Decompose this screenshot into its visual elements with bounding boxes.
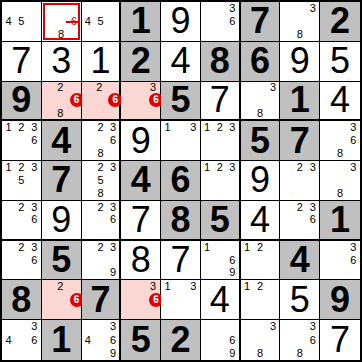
cell-r1c5[interactable]: 9 (161, 2, 201, 42)
cell-r1c7[interactable]: 7 (241, 2, 281, 42)
cell-r2c6[interactable]: 8 (201, 42, 241, 82)
candidate-mark: 6 (67, 293, 81, 307)
cell-r6c9[interactable]: 1 (320, 201, 360, 241)
candidate-mark: 6 (347, 134, 360, 147)
cell-r6c7[interactable]: 4 (241, 201, 281, 241)
candidate-mark: 2 (15, 201, 28, 214)
cell-r6c6[interactable]: 5 (201, 201, 241, 241)
candidate-grid: 38 (241, 320, 280, 360)
cell-r4c1[interactable]: 1236 (2, 121, 42, 161)
solved-digit: 5 (290, 282, 310, 318)
cell-r1c3[interactable]: 45 (82, 2, 122, 42)
candidate-grid: 236 (280, 201, 319, 239)
candidate-grid: 12 (241, 241, 280, 280)
candidate-grid: 236 (2, 241, 41, 280)
candidate-mark: 3 (28, 241, 41, 254)
given-digit: 4 (290, 242, 310, 278)
candidate-mark: 2 (54, 280, 66, 292)
cell-r8c4[interactable]: 36 (121, 280, 161, 320)
candidate-mark: 6 (105, 93, 119, 107)
candidate-mark: 2 (213, 161, 226, 174)
candidate-mark: 8 (55, 28, 68, 41)
candidate-grid: 38 (280, 2, 319, 41)
cell-r1c9[interactable]: 2 (320, 2, 360, 42)
solved-digit: 9 (51, 202, 71, 238)
cell-r8c8[interactable]: 5 (280, 280, 320, 320)
candidate-mark: 6 (107, 333, 120, 346)
candidate-mark: 3 (306, 201, 319, 214)
given-digit: 1 (51, 322, 71, 358)
cell-r6c3[interactable]: 236 (82, 201, 122, 241)
given-digit: 5 (210, 202, 230, 238)
candidate-mark: 5 (94, 174, 107, 187)
candidate-grid: 368 (280, 320, 319, 360)
solved-digit: 3 (51, 43, 71, 79)
cell-r7c7[interactable]: 12 (241, 241, 281, 281)
cell-r7c6[interactable]: 169 (201, 241, 241, 281)
cell-r3c5[interactable]: 5 (161, 82, 201, 122)
cell-r3c2[interactable]: 268 (42, 82, 82, 122)
given-digit: 7 (250, 3, 270, 39)
candidate-grid: 2368 (82, 121, 120, 160)
candidate-grid: 268 (42, 82, 81, 120)
candidate-mark: 4 (2, 333, 15, 346)
cell-r5c1[interactable]: 1235 (2, 161, 42, 201)
cell-r9c8[interactable]: 368 (280, 320, 320, 360)
candidate-grid: 12 (241, 280, 280, 319)
candidate-grid: 68 (42, 2, 81, 41)
cell-r8c9[interactable]: 9 (320, 280, 360, 320)
cell-r5c3[interactable]: 2358 (82, 161, 122, 201)
candidate-mark: 3 (347, 121, 360, 134)
candidate-mark: 6 (306, 213, 319, 226)
candidate-mark: 6 (28, 134, 41, 147)
candidate-grid: 169 (201, 241, 239, 280)
candidate-mark: 3 (28, 121, 41, 134)
candidate-mark: 1 (241, 280, 254, 293)
candidate-mark: 3 (107, 121, 120, 134)
candidate-mark: 2 (254, 241, 267, 254)
candidate-mark: 2 (15, 161, 28, 174)
cell-r9c9[interactable]: 7 (320, 320, 360, 360)
cell-r1c6[interactable]: 36 (201, 2, 241, 42)
candidate-mark: 1 (201, 241, 214, 254)
candidate-mark: 6 (107, 134, 120, 147)
cell-r4c9[interactable]: 368 (320, 121, 360, 161)
given-digit: 1 (290, 82, 310, 118)
candidate-mark: 8 (293, 347, 306, 360)
eliminated-candidate: 6 (71, 16, 77, 27)
candidate-mark: 3 (306, 320, 319, 333)
candidate-mark: 3 (187, 121, 200, 134)
cell-r4c6[interactable]: 123 (201, 121, 241, 161)
cell-r8c1[interactable]: 8 (2, 280, 42, 320)
candidate-mark: 9 (107, 347, 120, 360)
candidate-grid: 123 (201, 161, 239, 200)
given-digit: 5 (250, 123, 270, 159)
candidate-grid: 236 (2, 201, 41, 239)
candidate-mark: 8 (94, 147, 107, 160)
candidate-mark: 2 (94, 241, 107, 254)
candidate-mark: 3 (226, 121, 239, 134)
cell-r5c2[interactable]: 7 (42, 161, 82, 201)
candidate-grid: 23 (280, 161, 319, 200)
candidate-mark: 9 (107, 267, 120, 280)
given-digit: 5 (170, 82, 190, 118)
solved-digit: 7 (210, 82, 230, 118)
candidate-mark: 3 (267, 82, 280, 95)
candidate-grid: 1236 (2, 121, 41, 160)
solved-digit: 7 (11, 43, 31, 79)
cell-r8c7[interactable]: 12 (241, 280, 281, 320)
candidate-mark: 1 (201, 161, 214, 174)
cell-r9c1[interactable]: 346 (2, 320, 42, 360)
cell-r8c3[interactable]: 7 (82, 280, 122, 320)
candidate-grid: 236 (82, 201, 120, 239)
solved-digit: 9 (250, 162, 270, 198)
candidate-grid: 45 (2, 2, 41, 41)
candidate-mark: 6 (347, 254, 360, 267)
candidate-mark: 2 (54, 82, 66, 94)
circled-candidate: 6 (108, 93, 122, 107)
candidate-grid: 346 (2, 320, 41, 360)
cell-r3c6[interactable]: 7 (201, 82, 241, 122)
solved-digit: 1 (90, 43, 110, 79)
candidate-mark: 1 (161, 280, 174, 293)
solved-digit: 8 (131, 242, 151, 278)
cell-r8c2[interactable]: 26 (42, 280, 82, 320)
candidate-mark: 6 (146, 93, 160, 107)
candidate-mark: 6 (28, 213, 41, 226)
candidate-mark: 3 (146, 82, 160, 94)
candidate-mark: 3 (226, 2, 239, 15)
candidate-mark: 3 (107, 320, 120, 333)
cell-r9c7[interactable]: 38 (241, 320, 281, 360)
candidate-mark: 6 (107, 213, 120, 226)
candidate-grid: 36 (121, 280, 160, 319)
candidate-mark: 2 (254, 280, 267, 293)
candidate-mark: 2 (293, 161, 306, 174)
candidate-grid: 123 (201, 121, 239, 160)
given-digit: 8 (170, 202, 190, 238)
candidate-mark: 3 (306, 2, 319, 15)
candidate-grid: 38 (241, 82, 280, 120)
candidate-grid: 3469 (82, 320, 120, 360)
candidate-mark: 6 (28, 333, 41, 346)
given-digit: 7 (51, 162, 71, 198)
cell-r7c1[interactable]: 236 (2, 241, 42, 281)
candidate-grid: 38 (320, 161, 360, 200)
cell-r9c5[interactable]: 2 (161, 320, 201, 360)
candidate-mark: 4 (82, 333, 95, 346)
candidate-mark: 2 (15, 241, 28, 254)
cell-r1c4[interactable]: 1 (121, 2, 161, 42)
candidate-mark: 8 (333, 187, 346, 200)
cell-r5c4[interactable]: 4 (121, 161, 161, 201)
solved-digit: 4 (250, 202, 270, 238)
candidate-mark: 6 (28, 254, 41, 267)
cell-r2c3[interactable]: 1 (82, 42, 122, 82)
candidate-mark: 3 (187, 280, 200, 293)
candidate-mark: 3 (107, 201, 120, 214)
candidate-mark: 1 (241, 241, 254, 254)
candidate-mark: 3 (28, 201, 41, 214)
cell-r2c4[interactable]: 2 (121, 42, 161, 82)
given-digit: 8 (11, 282, 31, 318)
cell-r5c8[interactable]: 23 (280, 161, 320, 201)
given-digit: 2 (131, 43, 151, 79)
candidate-mark: 3 (28, 161, 41, 174)
candidate-mark: 6 (226, 15, 239, 28)
candidate-mark: 6 (68, 15, 81, 28)
cell-r6c8[interactable]: 236 (280, 201, 320, 241)
given-digit: 6 (250, 43, 270, 79)
candidate-mark: 4 (82, 15, 95, 28)
candidate-mark: 2 (293, 201, 306, 214)
given-digit: 6 (170, 162, 190, 198)
cell-r7c4[interactable]: 8 (121, 241, 161, 281)
cell-r4c5[interactable]: 13 (161, 121, 201, 161)
cell-r4c8[interactable]: 7 (280, 121, 320, 161)
candidate-grid: 36 (121, 82, 160, 120)
given-digit: 1 (131, 3, 151, 39)
solved-digit: 7 (131, 202, 151, 238)
candidate-mark: 3 (28, 320, 41, 333)
given-digit: 1 (330, 202, 350, 238)
given-digit: 7 (90, 282, 110, 318)
solved-digit: 5 (330, 43, 350, 79)
candidate-mark: 3 (267, 320, 280, 333)
candidate-mark: 2 (213, 121, 226, 134)
candidate-grid: 69 (201, 320, 239, 360)
candidate-grid: 26 (82, 82, 120, 120)
cell-r2c9[interactable]: 5 (320, 42, 360, 82)
candidate-mark: 9 (226, 347, 239, 360)
given-digit: 2 (330, 3, 350, 39)
cell-r5c5[interactable]: 6 (161, 161, 201, 201)
cell-r3c1[interactable]: 9 (2, 82, 42, 122)
solved-digit: 9 (170, 3, 190, 39)
candidate-mark: 3 (347, 161, 360, 174)
candidate-grid: 26 (42, 280, 81, 319)
cell-r5c9[interactable]: 38 (320, 161, 360, 201)
candidate-mark: 4 (2, 15, 15, 28)
candidate-mark: 1 (161, 121, 174, 134)
candidate-mark: 5 (15, 174, 28, 187)
cell-r2c7[interactable]: 6 (241, 42, 281, 82)
solved-digit: 9 (131, 123, 151, 159)
cell-r8c5[interactable]: 13 (161, 280, 201, 320)
solved-digit: 9 (290, 43, 310, 79)
candidate-grid: 36 (201, 2, 239, 41)
candidate-mark: 1 (201, 121, 214, 134)
candidate-mark: 6 (67, 93, 81, 107)
cell-r4c7[interactable]: 5 (241, 121, 281, 161)
candidate-mark: 3 (347, 241, 360, 254)
candidate-mark: 8 (254, 107, 267, 120)
given-digit: 2 (170, 322, 190, 358)
given-digit: 8 (210, 43, 230, 79)
cell-r7c2[interactable]: 5 (42, 241, 82, 281)
cell-r4c3[interactable]: 2368 (82, 121, 122, 161)
cell-r9c4[interactable]: 5 (121, 320, 161, 360)
candidate-mark: 8 (94, 187, 107, 200)
solved-digit: 4 (170, 43, 190, 79)
given-digit: 9 (11, 82, 31, 118)
given-digit: 9 (330, 282, 350, 318)
candidate-mark: 2 (15, 121, 28, 134)
cell-r3c3[interactable]: 26 (82, 82, 122, 122)
candidate-mark: 5 (15, 15, 28, 28)
candidate-mark: 6 (306, 333, 319, 346)
solved-digit: 7 (170, 242, 190, 278)
candidate-grid: 13 (161, 280, 200, 319)
candidate-grid: 13 (161, 121, 200, 160)
solved-digit: 4 (210, 282, 230, 318)
candidate-grid: 1235 (2, 161, 41, 200)
candidate-grid: 45 (82, 2, 120, 41)
cell-r8c6[interactable]: 4 (201, 280, 241, 320)
candidate-mark: 2 (94, 161, 107, 174)
candidate-mark: 8 (293, 28, 306, 41)
candidate-mark: 6 (226, 333, 239, 346)
candidate-mark: 6 (146, 293, 160, 307)
cell-r1c8[interactable]: 38 (280, 2, 320, 42)
sudoku-board: 4568451936738273124869592682636573814123… (0, 0, 362, 362)
cell-r6c5[interactable]: 8 (161, 201, 201, 241)
cell-r2c8[interactable]: 9 (280, 42, 320, 82)
cell-r3c8[interactable]: 1 (280, 82, 320, 122)
cell-r9c3[interactable]: 3469 (82, 320, 122, 360)
cell-r7c9[interactable]: 36 (320, 241, 360, 281)
cell-r6c4[interactable]: 7 (121, 201, 161, 241)
candidate-mark: 3 (226, 161, 239, 174)
candidate-mark: 3 (107, 161, 120, 174)
candidate-mark: 8 (333, 147, 346, 160)
candidate-mark: 8 (54, 107, 66, 119)
cell-r7c5[interactable]: 7 (161, 241, 201, 281)
solved-digit: 7 (330, 322, 350, 358)
cell-r4c2[interactable]: 4 (42, 121, 82, 161)
cell-r3c4[interactable]: 36 (121, 82, 161, 122)
cell-r6c1[interactable]: 236 (2, 201, 42, 241)
candidate-mark: 3 (107, 241, 120, 254)
cell-r5c7[interactable]: 9 (241, 161, 281, 201)
candidate-mark: 3 (146, 280, 160, 292)
candidate-mark: 2 (94, 201, 107, 214)
solved-digit: 4 (330, 82, 350, 118)
candidate-mark: 9 (226, 267, 239, 280)
cell-r3c9[interactable]: 4 (320, 82, 360, 122)
given-digit: 4 (131, 162, 151, 198)
cell-r6c2[interactable]: 9 (42, 201, 82, 241)
candidate-grid: 36 (320, 241, 360, 280)
given-digit: 7 (290, 123, 310, 159)
candidate-mark: 8 (254, 347, 267, 360)
candidate-grid: 2358 (82, 161, 120, 200)
candidate-mark: 2 (94, 121, 107, 134)
cell-r3c7[interactable]: 38 (241, 82, 281, 122)
cell-r4c4[interactable]: 9 (121, 121, 161, 161)
candidate-mark: 2 (93, 82, 105, 94)
cell-r5c6[interactable]: 123 (201, 161, 241, 201)
candidate-mark: 1 (2, 121, 15, 134)
cell-r2c2[interactable]: 3 (42, 42, 82, 82)
candidate-mark: 1 (2, 161, 15, 174)
cell-r7c3[interactable]: 239 (82, 241, 122, 281)
cell-r7c8[interactable]: 4 (280, 241, 320, 281)
given-digit: 4 (51, 123, 71, 159)
candidate-grid: 239 (82, 241, 120, 280)
candidate-grid: 368 (320, 121, 360, 160)
given-digit: 5 (131, 322, 151, 358)
cell-r2c5[interactable]: 4 (161, 42, 201, 82)
given-digit: 5 (51, 242, 71, 278)
candidate-mark: 5 (94, 15, 107, 28)
cell-r1c2[interactable]: 68 (42, 2, 82, 42)
cell-r2c1[interactable]: 7 (2, 42, 42, 82)
cell-r1c1[interactable]: 45 (2, 2, 42, 42)
cell-r9c2[interactable]: 1 (42, 320, 82, 360)
cell-r9c6[interactable]: 69 (201, 320, 241, 360)
candidate-mark: 6 (226, 254, 239, 267)
candidate-mark: 3 (306, 161, 319, 174)
